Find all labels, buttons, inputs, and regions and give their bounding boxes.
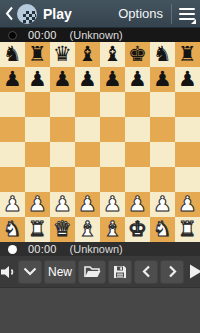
- white-rook-piece: ♜: [28, 217, 47, 242]
- square-e4[interactable]: [100, 142, 125, 167]
- square-f3[interactable]: [125, 167, 150, 192]
- white-knight-piece: ♞: [153, 217, 172, 242]
- black-player-name: (Unknown): [70, 29, 123, 41]
- square-e5[interactable]: [100, 117, 125, 142]
- white-pawn-piece: ♟: [178, 192, 197, 217]
- black-pawn-piece: ♟: [128, 67, 147, 92]
- bottom-filler: [0, 288, 200, 333]
- menu-icon[interactable]: [179, 6, 195, 22]
- square-a2[interactable]: ♟: [0, 192, 25, 217]
- square-g6[interactable]: [150, 92, 175, 117]
- square-b6[interactable]: [25, 92, 50, 117]
- square-c2[interactable]: ♟: [50, 192, 75, 217]
- black-bishop-piece: ♝: [103, 42, 122, 67]
- square-d1[interactable]: ♝: [75, 217, 100, 242]
- square-h1[interactable]: ♜: [175, 217, 200, 242]
- black-knight-piece: ♞: [153, 42, 172, 67]
- options-button[interactable]: Options: [118, 6, 163, 21]
- square-h6[interactable]: [175, 92, 200, 117]
- white-pawn-piece: ♟: [103, 192, 122, 217]
- square-a7[interactable]: ♟: [0, 67, 25, 92]
- white-pawn-piece: ♟: [153, 192, 172, 217]
- play-icon[interactable]: [186, 260, 200, 284]
- white-player-name: (Unknown): [70, 243, 123, 255]
- square-c4[interactable]: [50, 142, 75, 167]
- square-d7[interactable]: ♟: [75, 67, 100, 92]
- square-d5[interactable]: [75, 117, 100, 142]
- black-rook-piece: ♜: [178, 42, 197, 67]
- white-pawn-piece: ♟: [28, 192, 47, 217]
- square-h7[interactable]: ♟: [175, 67, 200, 92]
- square-e6[interactable]: [100, 92, 125, 117]
- white-rook-piece: ♜: [178, 217, 197, 242]
- square-d3[interactable]: [75, 167, 100, 192]
- square-a8[interactable]: ♞: [0, 42, 25, 67]
- white-king-piece: ♚: [128, 217, 147, 242]
- square-g5[interactable]: [150, 117, 175, 142]
- square-c5[interactable]: [50, 117, 75, 142]
- square-d2[interactable]: ♟: [75, 192, 100, 217]
- black-pawn-piece: ♟: [78, 67, 97, 92]
- square-g8[interactable]: ♞: [150, 42, 175, 67]
- square-h2[interactable]: ♟: [175, 192, 200, 217]
- white-pawn-piece: ♟: [3, 192, 22, 217]
- white-pawn-piece: ♟: [53, 192, 72, 217]
- topbar-divider: [171, 4, 172, 24]
- square-a5[interactable]: [0, 117, 25, 142]
- square-h3[interactable]: [175, 167, 200, 192]
- white-clock: 00:00: [28, 243, 57, 255]
- square-c6[interactable]: [50, 92, 75, 117]
- square-a6[interactable]: [0, 92, 25, 117]
- black-pawn-piece: ♟: [3, 67, 22, 92]
- square-e3[interactable]: [100, 167, 125, 192]
- square-c3[interactable]: [50, 167, 75, 192]
- square-b4[interactable]: [25, 142, 50, 167]
- white-bishop-piece: ♝: [78, 217, 97, 242]
- black-clock: 00:00: [28, 29, 57, 41]
- bottom-toolbar: New: [0, 256, 200, 288]
- open-folder-icon[interactable]: [78, 260, 106, 284]
- square-b7[interactable]: ♟: [25, 67, 50, 92]
- black-knight-piece: ♞: [3, 42, 22, 67]
- white-pawn-piece: ♟: [78, 192, 97, 217]
- square-c8[interactable]: ♛: [50, 42, 75, 67]
- square-f6[interactable]: [125, 92, 150, 117]
- square-b3[interactable]: [25, 167, 50, 192]
- square-d4[interactable]: [75, 142, 100, 167]
- player-bar-black: 00:00 (Unknown): [0, 28, 200, 42]
- save-icon[interactable]: [108, 260, 132, 284]
- square-a1[interactable]: ♞: [0, 217, 25, 242]
- square-d6[interactable]: [75, 92, 100, 117]
- page-title: Play: [43, 6, 72, 22]
- square-f7[interactable]: ♟: [125, 67, 150, 92]
- chevron-right-icon[interactable]: [160, 260, 184, 284]
- square-g2[interactable]: ♟: [150, 192, 175, 217]
- square-e7[interactable]: ♟: [100, 67, 125, 92]
- square-f8[interactable]: ♚: [125, 42, 150, 67]
- new-game-button[interactable]: New: [44, 260, 76, 284]
- white-bishop-piece: ♝: [103, 217, 122, 242]
- square-a3[interactable]: [0, 167, 25, 192]
- square-b8[interactable]: ♜: [25, 42, 50, 67]
- square-e8[interactable]: ♝: [100, 42, 125, 67]
- square-c7[interactable]: ♟: [50, 67, 75, 92]
- square-e2[interactable]: ♟: [100, 192, 125, 217]
- square-h4[interactable]: [175, 142, 200, 167]
- player-bar-white: 00:00 (Unknown): [0, 242, 200, 256]
- square-h5[interactable]: [175, 117, 200, 142]
- square-b5[interactable]: [25, 117, 50, 142]
- square-f4[interactable]: [125, 142, 150, 167]
- app-icon-checkerboard: [17, 4, 37, 24]
- black-pawn-piece: ♟: [153, 67, 172, 92]
- chevron-down-icon[interactable]: [18, 260, 42, 284]
- white-queen-piece: ♛: [53, 217, 72, 242]
- chess-board[interactable]: ♞♜♛♝♝♚♞♜♟♟♟♟♟♟♟♟♟♟♟♟♟♟♟♟♞♜♛♝♝♚♞♜: [0, 42, 200, 242]
- white-pawn-piece: ♟: [128, 192, 147, 217]
- white-player-dot-icon: [8, 245, 17, 254]
- chevron-left-icon[interactable]: [134, 260, 158, 284]
- white-knight-piece: ♞: [3, 217, 22, 242]
- square-f5[interactable]: [125, 117, 150, 142]
- black-queen-piece: ♛: [53, 42, 72, 67]
- top-app-bar: Play Options: [0, 0, 200, 28]
- square-g3[interactable]: [150, 167, 175, 192]
- volume-icon[interactable]: [1, 260, 16, 284]
- back-chevron-icon[interactable]: [5, 6, 14, 21]
- square-d8[interactable]: ♝: [75, 42, 100, 67]
- square-a4[interactable]: [0, 142, 25, 167]
- square-h8[interactable]: ♜: [175, 42, 200, 67]
- black-pawn-piece: ♟: [103, 67, 122, 92]
- square-g1[interactable]: ♞: [150, 217, 175, 242]
- square-e1[interactable]: ♝: [100, 217, 125, 242]
- black-pawn-piece: ♟: [53, 67, 72, 92]
- black-player-dot-icon: [8, 31, 17, 40]
- square-f2[interactable]: ♟: [125, 192, 150, 217]
- black-pawn-piece: ♟: [28, 67, 47, 92]
- square-g4[interactable]: [150, 142, 175, 167]
- square-g7[interactable]: ♟: [150, 67, 175, 92]
- square-c1[interactable]: ♛: [50, 217, 75, 242]
- square-f1[interactable]: ♚: [125, 217, 150, 242]
- black-king-piece: ♚: [128, 42, 147, 67]
- black-pawn-piece: ♟: [178, 67, 197, 92]
- square-b1[interactable]: ♜: [25, 217, 50, 242]
- square-b2[interactable]: ♟: [25, 192, 50, 217]
- black-bishop-piece: ♝: [78, 42, 97, 67]
- black-rook-piece: ♜: [28, 42, 47, 67]
